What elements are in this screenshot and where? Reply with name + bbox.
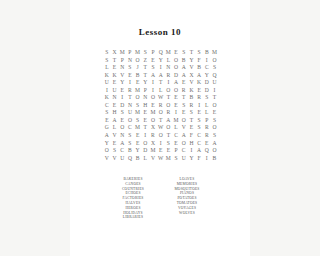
grid-cell: T <box>141 64 149 72</box>
grid-cell: A <box>180 64 188 72</box>
grid-cell: R <box>165 109 173 117</box>
grid-cell: S <box>126 132 134 140</box>
grid-cell: I <box>211 87 219 95</box>
grid-cell: O <box>126 117 134 125</box>
grid-cell: N <box>111 94 119 102</box>
grid-cell: B <box>195 64 203 72</box>
grid-cell: Y <box>203 72 211 80</box>
grid-cell: I <box>203 155 211 163</box>
grid-cell: I <box>103 87 111 95</box>
grid-cell: A <box>172 79 180 87</box>
grid-cell: T <box>180 94 188 102</box>
grid-cell: I <box>188 147 196 155</box>
grid-cell: T <box>126 94 134 102</box>
grid-cell: S <box>211 117 219 125</box>
grid-cell: T <box>165 132 173 140</box>
grid-cell: K <box>195 79 203 87</box>
grid-cell: I <box>172 109 180 117</box>
grid-cell: T <box>157 117 165 125</box>
grid-cell: S <box>211 64 219 72</box>
grid-cell: A <box>111 117 119 125</box>
grid-cell: R <box>149 132 157 140</box>
grid-cell: M <box>149 109 157 117</box>
grid-cell: A <box>149 72 157 80</box>
grid-cell: H <box>188 140 196 148</box>
grid-cell: O <box>165 124 173 132</box>
grid-cell: A <box>180 72 188 80</box>
grid-cell: I <box>149 79 157 87</box>
grid-cell: C <box>203 64 211 72</box>
grid-cell: O <box>134 57 142 65</box>
grid-cell: E <box>134 132 142 140</box>
grid-cell: C <box>126 124 134 132</box>
grid-cell: O <box>172 87 180 95</box>
grid-cell: I <box>203 57 211 65</box>
grid-cell: E <box>157 147 165 155</box>
grid-cell: X <box>149 124 157 132</box>
grid-cell: E <box>180 109 188 117</box>
grid-cell: L <box>203 109 211 117</box>
grid-cell: R <box>188 102 196 110</box>
grid-cell: N <box>141 94 149 102</box>
worksheet-page: Lesson 10 SXMPMSPQMESTSBMSTPNOZEYLOBYFIO… <box>70 0 250 256</box>
grid-cell: P <box>141 87 149 95</box>
grid-cell: Q <box>126 155 134 163</box>
grid-cell: H <box>111 109 119 117</box>
grid-cell: M <box>134 109 142 117</box>
grid-cell: C <box>103 102 111 110</box>
grid-cell: H <box>141 102 149 110</box>
grid-cell: S <box>188 109 196 117</box>
grid-cell: C <box>172 132 180 140</box>
grid-cell: N <box>118 64 126 72</box>
grid-cell: T <box>211 94 219 102</box>
grid-cell: S <box>111 147 119 155</box>
grid-cell: F <box>195 155 203 163</box>
grid-cell: O <box>172 57 180 65</box>
grid-cell: R <box>195 94 203 102</box>
grid-cell: K <box>103 72 111 80</box>
grid-cell: S <box>195 117 203 125</box>
grid-cell: M <box>172 117 180 125</box>
grid-cell: E <box>141 117 149 125</box>
grid-cell: E <box>111 140 119 148</box>
grid-cell: G <box>103 124 111 132</box>
grid-cell: Y <box>118 79 126 87</box>
grid-cell: D <box>203 79 211 87</box>
grid-cell: O <box>211 147 219 155</box>
grid-cell: M <box>149 147 157 155</box>
grid-cell: L <box>141 155 149 163</box>
grid-cell: R <box>165 72 173 80</box>
grid-cell: O <box>180 117 188 125</box>
grid-cell: E <box>111 102 119 110</box>
grid-cell: M <box>134 49 142 57</box>
grid-cell: S <box>203 94 211 102</box>
grid-cell: Y <box>188 155 196 163</box>
grid-cell: O <box>211 102 219 110</box>
grid-cell: O <box>180 140 188 148</box>
grid-cell: S <box>134 117 142 125</box>
grid-cell: E <box>203 140 211 148</box>
grid-cell: O <box>118 124 126 132</box>
grid-cell: P <box>118 57 126 65</box>
grid-cell: S <box>211 132 219 140</box>
grid-cell: Y <box>134 147 142 155</box>
grid-cell: S <box>149 64 157 72</box>
grid-cell: K <box>103 94 111 102</box>
grid-cell: C <box>180 147 188 155</box>
grid-cell: M <box>134 124 142 132</box>
grid-cell: D <box>141 147 149 155</box>
grid-cell: E <box>172 94 180 102</box>
grid-cell: E <box>111 64 119 72</box>
grid-cell: E <box>149 57 157 65</box>
grid-cell: M <box>165 155 173 163</box>
grid-cell: V <box>111 155 119 163</box>
grid-cell: E <box>195 109 203 117</box>
grid-cell: Y <box>188 57 196 65</box>
word-list: BAKERIESCANOESCOUNTRIESECHOESFACTORIESHA… <box>70 177 250 220</box>
grid-cell: E <box>188 124 196 132</box>
grid-cell: O <box>134 94 142 102</box>
grid-cell: E <box>172 102 180 110</box>
grid-cell: Y <box>141 79 149 87</box>
grid-cell: V <box>188 64 196 72</box>
grid-cell: N <box>126 57 134 65</box>
grid-cell: E <box>172 49 180 57</box>
grid-cell: O <box>141 140 149 148</box>
grid-cell: D <box>172 72 180 80</box>
grid-cell: O <box>149 117 157 125</box>
grid-cell: M <box>165 49 173 57</box>
grid-cell: C <box>195 140 203 148</box>
grid-cell: R <box>180 87 188 95</box>
grid-cell: K <box>111 72 119 80</box>
grid-cell: O <box>157 109 165 117</box>
grid-cell: E <box>118 87 126 95</box>
grid-cell: A <box>165 117 173 125</box>
grid-cell: R <box>203 132 211 140</box>
grid-cell: F <box>195 57 203 65</box>
grid-cell: V <box>188 79 196 87</box>
grid-cell: E <box>141 109 149 117</box>
grid-cell: B <box>211 155 219 163</box>
grid-cell: N <box>165 64 173 72</box>
grid-cell: L <box>172 124 180 132</box>
word-list-left-column: BAKERIESCANOESCOUNTRIESECHOESFACTORIESHA… <box>108 177 158 220</box>
grid-cell: L <box>165 57 173 65</box>
grid-cell: E <box>126 72 134 80</box>
grid-cell: W <box>157 124 165 132</box>
grid-cell: T <box>141 72 149 80</box>
word-list-right-column: LOAVESMEMORIESMOSQUITOESPIANOSPOTATOESTO… <box>162 177 212 220</box>
grid-cell: N <box>126 102 134 110</box>
grid-cell: P <box>149 49 157 57</box>
grid-cell: P <box>126 49 134 57</box>
grid-cell: A <box>195 147 203 155</box>
page-title: Lesson 10 <box>70 27 250 37</box>
grid-cell: I <box>118 94 126 102</box>
grid-cell: S <box>141 49 149 57</box>
grid-cell: L <box>103 64 111 72</box>
grid-cell: O <box>211 124 219 132</box>
grid-cell: I <box>126 79 134 87</box>
grid-cell: S <box>103 109 111 117</box>
grid-cell: Y <box>103 140 111 148</box>
grid-cell: O <box>103 147 111 155</box>
grid-cell: S <box>118 109 126 117</box>
grid-cell: U <box>180 155 188 163</box>
grid-cell: A <box>118 140 126 148</box>
grid-cell: S <box>172 155 180 163</box>
grid-cell: S <box>180 49 188 57</box>
grid-cell: B <box>134 72 142 80</box>
grid-cell: A <box>180 132 188 140</box>
grid-cell: V <box>149 155 157 163</box>
grid-cell: B <box>134 155 142 163</box>
grid-cell: O <box>165 102 173 110</box>
grid-cell: C <box>195 132 203 140</box>
grid-cell: S <box>126 140 134 148</box>
grid-cell: T <box>165 94 173 102</box>
grid-cell: A <box>211 140 219 148</box>
grid-cell: T <box>188 117 196 125</box>
grid-cell: B <box>188 94 196 102</box>
grid-cell: J <box>134 64 142 72</box>
grid-cell: U <box>111 87 119 95</box>
grid-cell: N <box>118 132 126 140</box>
grid-cell: X <box>188 72 196 80</box>
grid-cell: E <box>134 79 142 87</box>
grid-cell: U <box>118 155 126 163</box>
grid-cell: C <box>118 147 126 155</box>
grid-cell: S <box>195 124 203 132</box>
grid-cell: V <box>180 124 188 132</box>
grid-cell: V <box>103 155 111 163</box>
grid-cell: U <box>211 79 219 87</box>
grid-cell: S <box>180 102 188 110</box>
grid-cell: D <box>203 87 211 95</box>
grid-cell: O <box>165 87 173 95</box>
grid-cell: M <box>134 87 142 95</box>
grid-cell: Q <box>157 49 165 57</box>
grid-cell: E <box>165 147 173 155</box>
grid-cell: E <box>118 117 126 125</box>
grid-cell: M <box>211 49 219 57</box>
grid-cell: B <box>180 57 188 65</box>
word-search-grid: SXMPMSPQMESTSBMSTPNOZEYLOBYFIOLENSJTSINO… <box>103 49 218 162</box>
grid-cell: T <box>188 49 196 57</box>
grid-cell: I <box>149 87 157 95</box>
grid-cell: I <box>157 140 165 148</box>
grid-cell: A <box>195 72 203 80</box>
grid-cell: K <box>188 87 196 95</box>
grid-cell: O <box>211 57 219 65</box>
grid-cell: R <box>126 87 134 95</box>
grid-cell: L <box>157 87 165 95</box>
grid-cell: S <box>103 49 111 57</box>
grid-cell: S <box>103 57 111 65</box>
grid-cell: I <box>157 64 165 72</box>
grid-cell: W <box>157 155 165 163</box>
grid-cell: T <box>157 79 165 87</box>
grid-cell: Z <box>141 57 149 65</box>
grid-cell: S <box>134 102 142 110</box>
word-list-item: LIBRARIES <box>108 215 158 220</box>
grid-cell: D <box>118 102 126 110</box>
grid-cell: Q <box>211 72 219 80</box>
grid-cell: L <box>111 124 119 132</box>
grid-cell: F <box>188 132 196 140</box>
grid-cell: E <box>211 109 219 117</box>
grid-cell: W <box>157 94 165 102</box>
grid-cell: T <box>111 57 119 65</box>
grid-cell: P <box>203 117 211 125</box>
grid-cell: A <box>103 132 111 140</box>
grid-cell: Q <box>203 147 211 155</box>
grid-cell: E <box>149 102 157 110</box>
word-list-item: WOLVES <box>162 211 212 216</box>
grid-cell: E <box>195 87 203 95</box>
grid-cell: R <box>203 124 211 132</box>
grid-cell: S <box>126 64 134 72</box>
grid-cell: I <box>141 132 149 140</box>
grid-cell: T <box>141 124 149 132</box>
grid-cell: B <box>126 147 134 155</box>
grid-cell: M <box>118 49 126 57</box>
grid-cell: L <box>203 102 211 110</box>
grid-cell: A <box>157 72 165 80</box>
grid-cell: O <box>172 64 180 72</box>
grid-cell: I <box>195 102 203 110</box>
grid-cell: Y <box>157 57 165 65</box>
grid-cell: X <box>149 140 157 148</box>
grid-cell: E <box>180 79 188 87</box>
grid-cell: R <box>157 102 165 110</box>
grid-cell: P <box>172 147 180 155</box>
grid-cell: O <box>149 94 157 102</box>
grid-cell: X <box>111 49 119 57</box>
grid-cell: I <box>165 79 173 87</box>
grid-cell: V <box>118 72 126 80</box>
grid-cell: E <box>111 79 119 87</box>
grid-cell: E <box>172 140 180 148</box>
grid-cell: O <box>157 132 165 140</box>
grid-cell: E <box>134 140 142 148</box>
grid-cell: U <box>126 109 134 117</box>
grid-cell: S <box>195 49 203 57</box>
grid-cell: E <box>103 117 111 125</box>
grid-cell: V <box>111 132 119 140</box>
grid-cell: B <box>203 49 211 57</box>
grid-cell: S <box>165 140 173 148</box>
grid-cell: U <box>103 79 111 87</box>
